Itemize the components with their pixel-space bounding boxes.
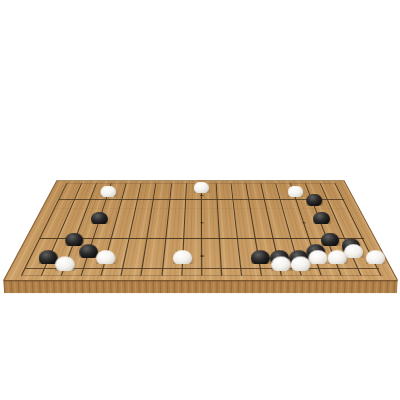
go-board[interactable] xyxy=(3,180,398,280)
star-point xyxy=(199,255,203,256)
board-front-edge xyxy=(3,279,398,292)
star-point xyxy=(199,194,203,195)
go-scene xyxy=(0,0,400,400)
